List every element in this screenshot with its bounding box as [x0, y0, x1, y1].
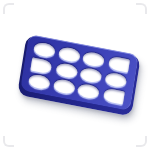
- corner-mark-bottom-right: [136, 136, 147, 147]
- hole-r3c4-d-right: [102, 87, 124, 104]
- hole-r3c3-circle: [77, 82, 100, 99]
- hole-r3c1-circle: [28, 73, 51, 90]
- tray-surface: [20, 34, 139, 111]
- hole-r1c4-d-right: [108, 55, 130, 72]
- hole-r2c4-circle: [105, 71, 128, 88]
- hole-r2c1-d-left: [31, 57, 53, 74]
- corner-mark-bottom-left: [3, 136, 14, 147]
- hole-r2c2-circle: [55, 62, 78, 79]
- hole-r2c3-circle: [80, 66, 103, 83]
- tray: [20, 34, 139, 111]
- corner-mark-top-right: [136, 3, 147, 14]
- hole-r1c2-circle: [58, 46, 81, 63]
- hole-r1c1-circle: [33, 41, 56, 58]
- corner-mark-top-left: [3, 3, 14, 14]
- hole-r1c3-circle: [82, 50, 105, 67]
- hole-r3c2-circle: [52, 78, 75, 95]
- photo-canvas: [0, 0, 150, 150]
